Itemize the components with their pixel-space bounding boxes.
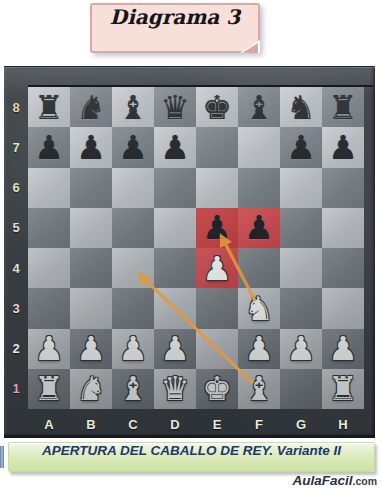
square-h2: ♟ [322,329,364,369]
square-g5 [280,208,322,248]
page: Diagrama 3 87654321 ♜♞♝♛♚♝♞♜♟♟♟♟♟♟♟♟♟♞♟♟… [0,0,381,489]
square-b3 [70,288,112,328]
square-e1: ♚ [196,369,238,409]
white-pawn-e4: ♟ [196,248,238,288]
square-b2: ♟ [70,329,112,369]
square-h3 [322,288,364,328]
square-g8: ♞ [280,87,322,127]
square-f7 [238,127,280,167]
square-h5 [322,208,364,248]
diagram-title: Diagrama 3 [92,5,258,29]
square-c8: ♝ [112,87,154,127]
square-c7: ♟ [112,127,154,167]
black-pawn-h7: ♟ [322,127,364,167]
square-g3 [280,288,322,328]
square-g4 [280,248,322,288]
square-f6 [238,168,280,208]
square-c6 [112,168,154,208]
rank-label-6: 6 [4,168,28,208]
black-king-e8: ♚ [196,87,238,127]
black-pawn-g7: ♟ [280,127,322,167]
white-pawn-h2: ♟ [322,329,364,369]
square-a5 [28,208,70,248]
white-pawn-a2: ♟ [28,329,70,369]
white-king-e1: ♚ [196,369,238,409]
square-d5 [154,208,196,248]
black-knight-g8: ♞ [280,87,322,127]
square-g6 [280,168,322,208]
square-f3: ♞ [238,288,280,328]
square-b7: ♟ [70,127,112,167]
square-a1: ♜ [28,369,70,409]
square-a3 [28,288,70,328]
black-rook-a8: ♜ [28,87,70,127]
white-pawn-f2: ♟ [238,329,280,369]
square-a6 [28,168,70,208]
square-h4 [322,248,364,288]
black-bishop-f8: ♝ [238,87,280,127]
white-pawn-b2: ♟ [70,329,112,369]
square-d6 [154,168,196,208]
rank-label-5: 5 [4,208,28,248]
square-a8: ♜ [28,87,70,127]
square-c5 [112,208,154,248]
black-pawn-b7: ♟ [70,127,112,167]
square-d4 [154,248,196,288]
file-label-d: D [154,412,196,437]
file-label-h: H [322,412,364,437]
square-e5: ♟ [196,208,238,248]
square-c3 [112,288,154,328]
black-pawn-c7: ♟ [112,127,154,167]
black-bishop-c8: ♝ [112,87,154,127]
square-d8: ♛ [154,87,196,127]
square-b5 [70,208,112,248]
rank-label-8: 8 [4,87,28,127]
file-label-c: C [112,412,154,437]
file-labels: ABCDEFGH [28,412,364,437]
square-g2: ♟ [280,329,322,369]
rank-label-1: 1 [4,369,28,409]
diagram-banner: Diagrama 3 [90,3,260,53]
square-h7: ♟ [322,127,364,167]
rank-label-7: 7 [4,127,28,167]
square-c2: ♟ [112,329,154,369]
white-rook-a1: ♜ [28,369,70,409]
square-d3 [154,288,196,328]
square-e3 [196,288,238,328]
site-tld: .com [352,475,377,487]
file-label-e: E [196,412,238,437]
square-h6 [322,168,364,208]
black-pawn-d7: ♟ [154,127,196,167]
black-knight-b8: ♞ [70,87,112,127]
white-knight-f3: ♞ [238,288,280,328]
square-g7: ♟ [280,127,322,167]
square-f2: ♟ [238,329,280,369]
file-label-g: G [280,412,322,437]
black-pawn-a7: ♟ [28,127,70,167]
square-h8: ♜ [322,87,364,127]
rank-label-4: 4 [4,248,28,288]
black-pawn-f5: ♟ [238,208,280,248]
file-label-b: B [70,412,112,437]
square-e4: ♟ [196,248,238,288]
square-f1: ♝ [238,369,280,409]
square-g1 [280,369,322,409]
white-knight-b1: ♞ [70,369,112,409]
rank-label-3: 3 [4,288,28,328]
square-d7: ♟ [154,127,196,167]
white-rook-h1: ♜ [322,369,364,409]
site-credit: AulaFacil.com [292,471,377,488]
white-bishop-f1: ♝ [238,369,280,409]
white-queen-d1: ♛ [154,369,196,409]
black-pawn-e5: ♟ [196,208,238,248]
square-b8: ♞ [70,87,112,127]
square-c4 [112,248,154,288]
caption-bar: APERTURA DEL CABALLO DE REY. Variante II [8,442,375,472]
square-f5: ♟ [238,208,280,248]
square-b6 [70,168,112,208]
site-name: AulaFacil [292,473,352,488]
square-e6 [196,168,238,208]
square-a4 [28,248,70,288]
file-label-a: A [28,412,70,437]
square-a7: ♟ [28,127,70,167]
chess-board-frame: 87654321 ♜♞♝♛♚♝♞♜♟♟♟♟♟♟♟♟♟♞♟♟♟♟♟♟♟♜♞♝♛♚♝… [4,66,375,438]
square-f4 [238,248,280,288]
square-e2 [196,329,238,369]
white-pawn-g2: ♟ [280,329,322,369]
board-squares: ♜♞♝♛♚♝♞♜♟♟♟♟♟♟♟♟♟♞♟♟♟♟♟♟♟♜♞♝♛♚♝♜ [28,87,364,409]
square-c1: ♝ [112,369,154,409]
square-b4 [70,248,112,288]
white-pawn-c2: ♟ [112,329,154,369]
square-d1: ♛ [154,369,196,409]
square-d2: ♟ [154,329,196,369]
black-queen-d8: ♛ [154,87,196,127]
square-f8: ♝ [238,87,280,127]
square-a2: ♟ [28,329,70,369]
rank-label-2: 2 [4,329,28,369]
square-h1: ♜ [322,369,364,409]
white-pawn-d2: ♟ [154,329,196,369]
black-rook-h8: ♜ [322,87,364,127]
square-e8: ♚ [196,87,238,127]
square-e7 [196,127,238,167]
left-margin-tick [0,446,4,468]
square-b1: ♞ [70,369,112,409]
caption-text: APERTURA DEL CABALLO DE REY. Variante II [9,443,374,458]
rank-labels: 87654321 [4,87,28,409]
file-label-f: F [238,412,280,437]
white-bishop-c1: ♝ [112,369,154,409]
